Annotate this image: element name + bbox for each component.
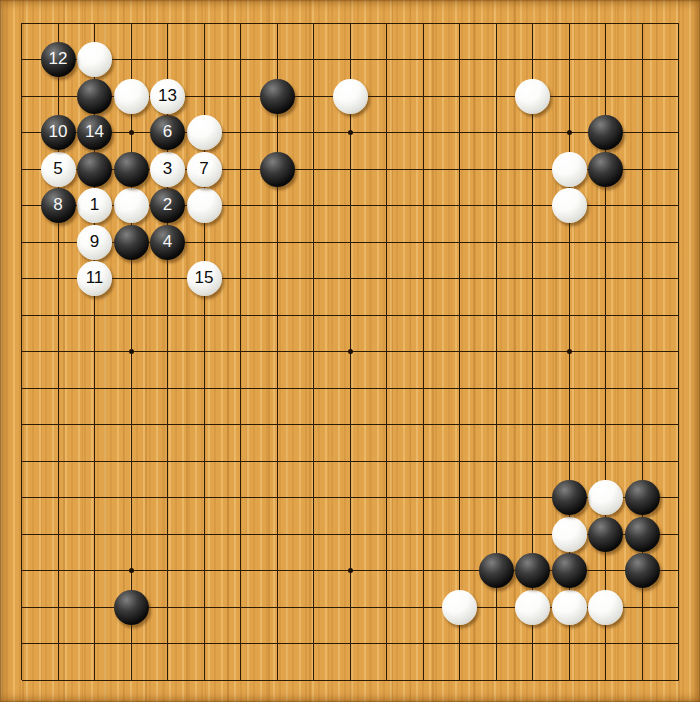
star-point [567, 130, 572, 135]
go-stone-black [114, 152, 149, 187]
go-stone-white-move-5: 5 [41, 152, 76, 187]
go-stone-black-move-14: 14 [77, 115, 112, 150]
go-stone-black [625, 553, 660, 588]
go-stone-black-move-12: 12 [41, 42, 76, 77]
grid-line-horizontal [22, 461, 679, 462]
grid-line-horizontal [22, 424, 679, 425]
stone-number-label: 1 [90, 196, 99, 213]
go-stone-white-move-7: 7 [187, 152, 222, 187]
go-stone-black-move-4: 4 [150, 225, 185, 260]
go-stone-white [588, 590, 623, 625]
star-point [348, 349, 353, 354]
stone-number-label: 4 [163, 233, 172, 250]
stone-number-label: 8 [53, 196, 62, 213]
go-stone-black [588, 517, 623, 552]
go-stone-black-move-8: 8 [41, 188, 76, 223]
stone-number-label: 2 [163, 196, 172, 213]
go-stone-white [442, 590, 477, 625]
grid-line-vertical [423, 23, 424, 680]
go-stone-white [515, 79, 550, 114]
go-stone-white [333, 79, 368, 114]
go-stone-white-move-15: 15 [187, 261, 222, 296]
stone-number-label: 11 [86, 269, 104, 286]
star-point [129, 568, 134, 573]
go-stone-black [77, 79, 112, 114]
go-stone-black [552, 553, 587, 588]
go-stone-white [114, 188, 149, 223]
grid-line-horizontal [22, 388, 679, 389]
stone-number-label: 14 [85, 123, 104, 140]
go-stone-black [588, 115, 623, 150]
stone-number-label: 3 [163, 160, 172, 177]
stone-number-label: 15 [195, 269, 214, 286]
go-stone-white [588, 480, 623, 515]
go-stone-black-move-6: 6 [150, 115, 185, 150]
star-point [348, 568, 353, 573]
grid-line-horizontal [22, 680, 679, 681]
go-stone-black [552, 480, 587, 515]
go-stone-black-move-2: 2 [150, 188, 185, 223]
stone-number-label: 7 [199, 160, 208, 177]
go-stone-black [260, 79, 295, 114]
go-stone-black [260, 152, 295, 187]
grid-line-vertical [678, 23, 679, 680]
go-stone-white [552, 517, 587, 552]
go-stone-white [552, 590, 587, 625]
go-stone-white [77, 42, 112, 77]
grid-line-vertical [386, 23, 387, 680]
grid-line-horizontal [22, 643, 679, 644]
go-stone-black [515, 553, 550, 588]
go-stone-black [77, 152, 112, 187]
go-stone-white-move-3: 3 [150, 152, 185, 187]
stone-number-label: 5 [53, 160, 62, 177]
star-point [567, 349, 572, 354]
grid-line-vertical [459, 23, 460, 680]
stone-number-label: 9 [90, 233, 99, 250]
go-stone-white-move-11: 11 [77, 261, 112, 296]
go-stone-white [187, 188, 222, 223]
go-stone-black [625, 517, 660, 552]
go-stone-black [588, 152, 623, 187]
star-point [129, 349, 134, 354]
stone-number-label: 12 [49, 50, 68, 67]
go-stone-white [552, 152, 587, 187]
go-stone-black [114, 590, 149, 625]
stone-number-label: 10 [49, 123, 68, 140]
go-stone-black [625, 480, 660, 515]
star-point [348, 130, 353, 135]
go-stone-white-move-9: 9 [77, 225, 112, 260]
go-stone-white [552, 188, 587, 223]
go-stone-black-move-10: 10 [41, 115, 76, 150]
star-point [129, 130, 134, 135]
go-stone-white-move-1: 1 [77, 188, 112, 223]
go-stone-white [114, 79, 149, 114]
go-board[interactable]: 123456789101112131415 [0, 0, 700, 702]
stone-number-label: 13 [158, 87, 177, 104]
go-stone-white-move-13: 13 [150, 79, 185, 114]
go-stone-black [479, 553, 514, 588]
go-stone-white [187, 115, 222, 150]
go-board-frame: 123456789101112131415 [0, 0, 700, 702]
go-stone-black [114, 225, 149, 260]
stone-number-label: 6 [163, 123, 172, 140]
go-stone-white [515, 590, 550, 625]
